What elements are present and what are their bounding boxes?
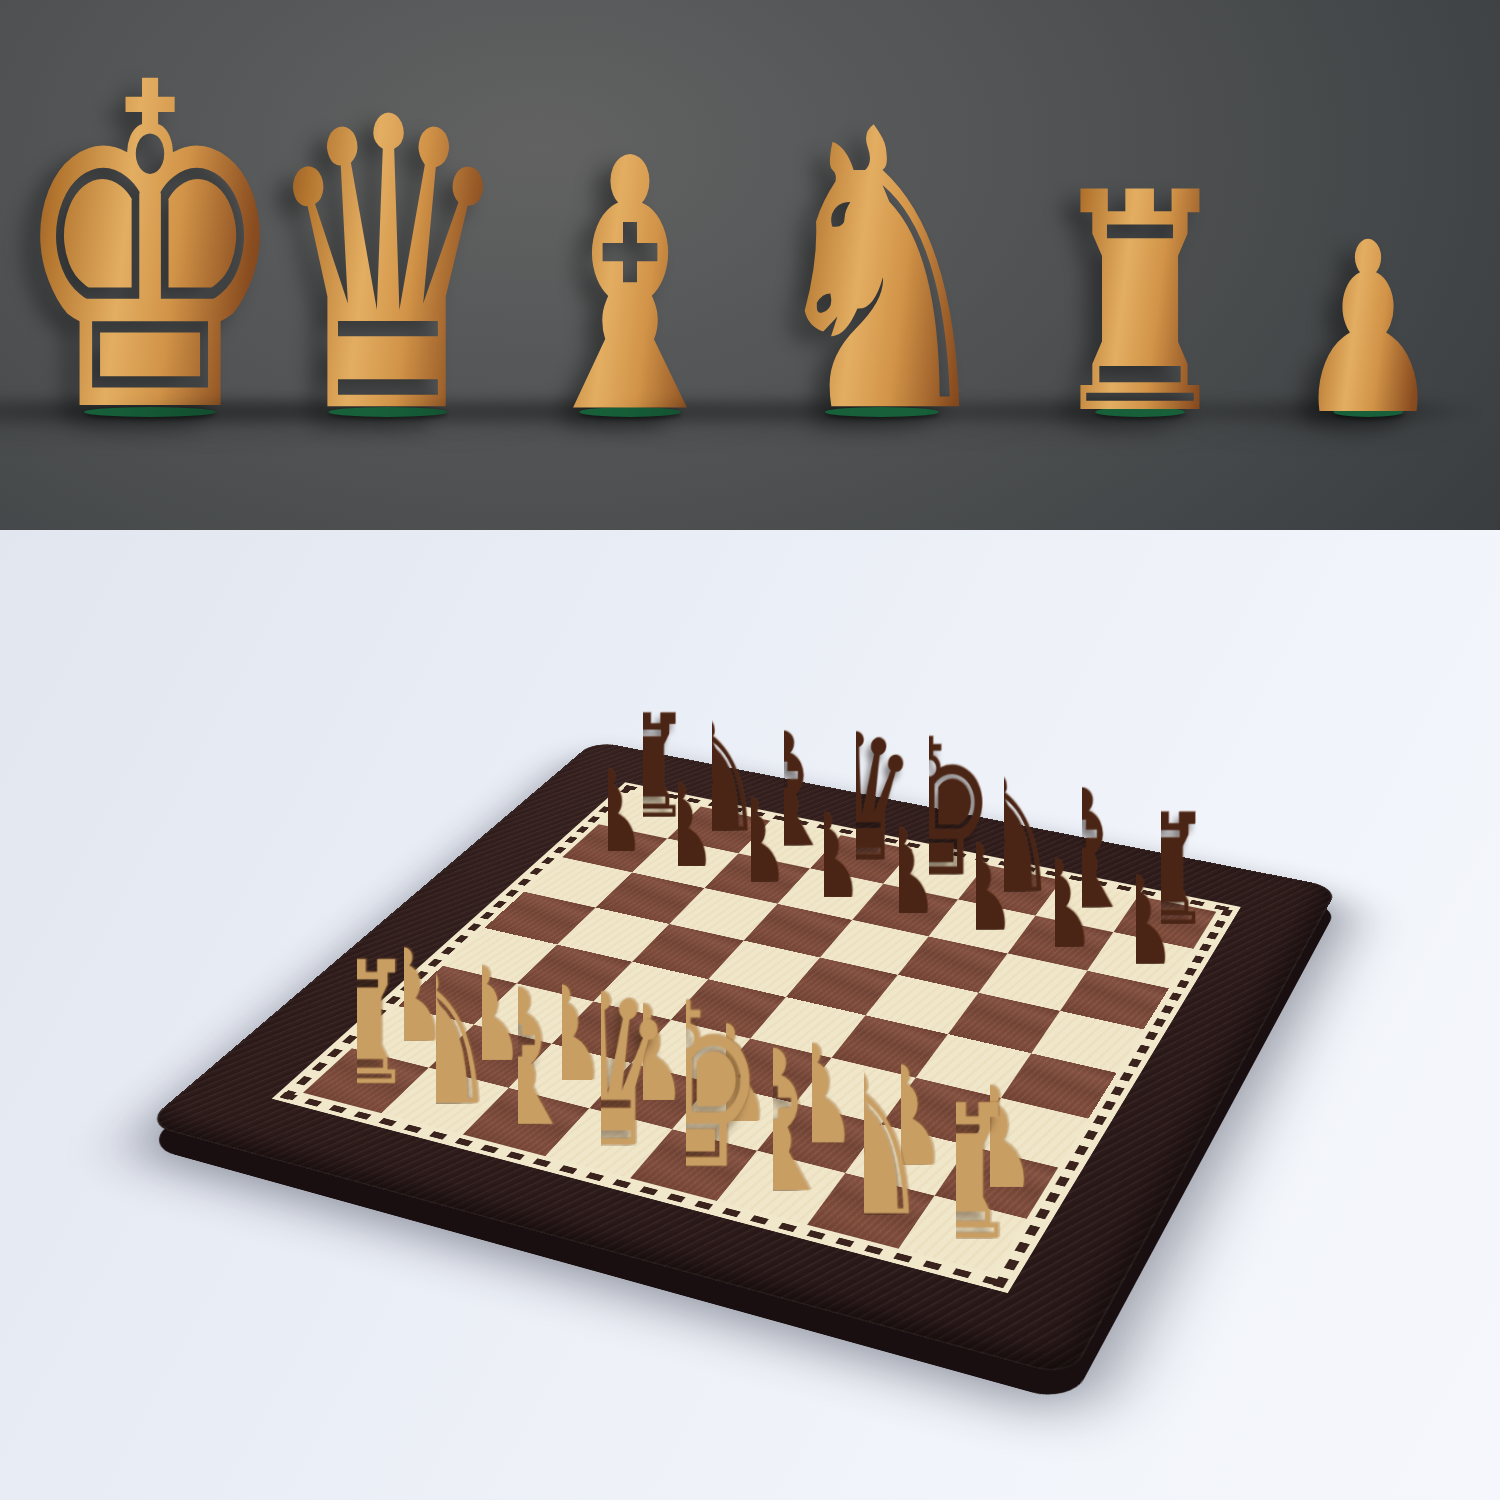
pawn-icon: ♟ [1012, 844, 1098, 964]
pawn-icon: ♟ [1294, 212, 1442, 448]
rook-icon: ♜ [890, 1081, 1023, 1266]
board-panel: ♜♞♝♛♚♞♝♜♟♟♟♟♟♟♟♟♟♟♟♟♟♟♟♟♜♞♝♛♚♝♞♜ [0, 530, 1500, 1500]
board-scene: ♜♞♝♛♚♞♝♜♟♟♟♟♟♟♟♟♟♟♟♟♟♟♟♟♜♞♝♛♚♝♞♜ [0, 530, 1500, 1500]
chess-board: ♜♞♝♛♚♞♝♜♟♟♟♟♟♟♟♟♟♟♟♟♟♟♟♟♜♞♝♛♚♝♞♜ [144, 741, 1338, 1378]
board-surface: ♜♞♝♛♚♞♝♜♟♟♟♟♟♟♟♟♟♟♟♟♟♟♟♟♜♞♝♛♚♝♞♜ [144, 741, 1338, 1378]
lineup-pawn: ♟ [1262, 182, 1474, 418]
pawn-icon: ♟ [709, 784, 792, 899]
lineup-rook: ♜ [1005, 116, 1276, 418]
pawn-icon: ♟ [638, 769, 720, 883]
pieces-lineup-panel: ♚♛♝♞♜♟ [0, 0, 1500, 530]
pawn-icon: ♟ [783, 798, 866, 914]
pawn-icon: ♟ [934, 829, 1019, 948]
pawn-icon: ♟ [1092, 860, 1179, 982]
board-grid: ♜♞♝♛♚♞♝♜♟♟♟♟♟♟♟♟♟♟♟♟♟♟♟♟♜♞♝♛♚♝♞♜ [303, 793, 1216, 1273]
lineup-knight: ♞ [709, 32, 1055, 418]
chess-set-product-photo: ♚♛♝♞♜♟ ♜♞♝♛♚♞♝♜♟♟♟♟♟♟♟♟♟♟♟♟♟♟♟♟♜♞♝♛♚♝♞♜ [0, 0, 1500, 1500]
pawn-icon: ♟ [857, 813, 941, 931]
